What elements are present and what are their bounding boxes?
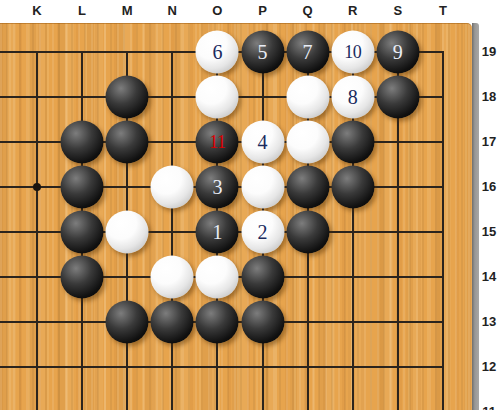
stone-O19: 6 xyxy=(196,31,239,74)
stone-P13 xyxy=(241,301,284,344)
move-number-1: 1 xyxy=(212,211,222,254)
stone-O18 xyxy=(196,76,239,119)
move-number-5: 5 xyxy=(258,31,268,74)
stone-L17 xyxy=(61,121,104,164)
row-label-14: 14 xyxy=(476,269,502,285)
move-number-4: 4 xyxy=(258,121,268,164)
stone-M13 xyxy=(106,301,149,344)
stone-O17: 11 xyxy=(196,121,239,164)
stone-P16 xyxy=(241,166,284,209)
go-diagram: KLMNOPQRST191817161514131211657109811431… xyxy=(0,0,502,410)
stone-P17: 4 xyxy=(241,121,284,164)
stone-O15: 1 xyxy=(196,211,239,254)
stone-L14 xyxy=(61,256,104,299)
row-label-19: 19 xyxy=(476,44,502,60)
stone-R17 xyxy=(331,121,374,164)
move-number-2: 2 xyxy=(258,211,268,254)
stone-Q16 xyxy=(286,166,329,209)
column-label-P: P xyxy=(250,3,276,19)
stone-M18 xyxy=(106,76,149,119)
stone-R16 xyxy=(331,166,374,209)
row-label-18: 18 xyxy=(476,89,502,105)
stone-P15: 2 xyxy=(241,211,284,254)
stone-R19: 10 xyxy=(331,31,374,74)
stone-R18: 8 xyxy=(331,76,374,119)
column-label-T: T xyxy=(430,3,456,19)
row-label-17: 17 xyxy=(476,134,502,150)
move-number-10: 10 xyxy=(344,31,361,74)
column-label-Q: Q xyxy=(295,3,321,19)
move-number-11: 11 xyxy=(209,121,225,164)
stone-N16 xyxy=(151,166,194,209)
stone-Q18 xyxy=(286,76,329,119)
stone-N13 xyxy=(151,301,194,344)
grid-line-row-12 xyxy=(0,366,444,368)
row-label-12: 12 xyxy=(476,359,502,375)
column-label-S: S xyxy=(385,3,411,19)
row-label-11: 11 xyxy=(476,404,502,410)
stone-N14 xyxy=(151,256,194,299)
stone-M15 xyxy=(106,211,149,254)
stone-S18 xyxy=(376,76,419,119)
star-point-K16 xyxy=(33,183,41,191)
row-label-15: 15 xyxy=(476,224,502,240)
stone-Q17 xyxy=(286,121,329,164)
stone-P14 xyxy=(241,256,284,299)
column-label-N: N xyxy=(159,3,185,19)
stone-Q19: 7 xyxy=(286,31,329,74)
column-label-R: R xyxy=(340,3,366,19)
stone-L15 xyxy=(61,211,104,254)
move-number-6: 6 xyxy=(212,31,222,74)
column-label-O: O xyxy=(204,3,230,19)
move-number-7: 7 xyxy=(303,31,313,74)
stone-S19: 9 xyxy=(376,31,419,74)
move-number-3: 3 xyxy=(212,166,222,209)
stone-O16: 3 xyxy=(196,166,239,209)
stone-O13 xyxy=(196,301,239,344)
row-label-16: 16 xyxy=(476,179,502,195)
move-number-8: 8 xyxy=(348,76,358,119)
stone-Q15 xyxy=(286,211,329,254)
column-label-M: M xyxy=(114,3,140,19)
stone-P19: 5 xyxy=(241,31,284,74)
stone-O14 xyxy=(196,256,239,299)
move-number-9: 9 xyxy=(393,31,403,74)
stone-L16 xyxy=(61,166,104,209)
column-label-K: K xyxy=(24,3,50,19)
stone-M17 xyxy=(106,121,149,164)
board-right-edge xyxy=(472,23,479,410)
row-label-13: 13 xyxy=(476,314,502,330)
column-label-L: L xyxy=(69,3,95,19)
